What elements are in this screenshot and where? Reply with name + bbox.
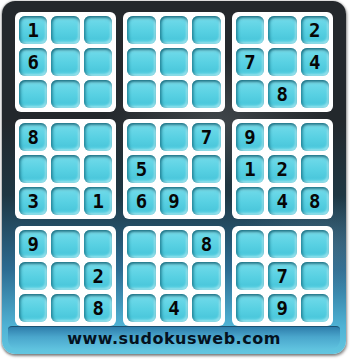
cell-r2c3[interactable] bbox=[84, 48, 112, 76]
box-r3c2: 84 bbox=[123, 226, 224, 326]
cell-r7c8[interactable] bbox=[268, 230, 296, 258]
cell-r6c7[interactable] bbox=[236, 187, 264, 215]
cell-r8c8[interactable]: 7 bbox=[268, 262, 296, 290]
cell-r9c8[interactable]: 9 bbox=[268, 294, 296, 322]
website-link-label: www.sudokusweb.com bbox=[67, 329, 281, 348]
cell-r5c7[interactable]: 1 bbox=[236, 155, 264, 183]
cell-r8c5[interactable] bbox=[160, 262, 188, 290]
cell-r6c2[interactable] bbox=[51, 187, 79, 215]
box-r1c2 bbox=[123, 12, 224, 112]
cell-r5c5[interactable] bbox=[160, 155, 188, 183]
cell-r6c4[interactable]: 6 bbox=[127, 187, 155, 215]
cell-r1c8[interactable] bbox=[268, 16, 296, 44]
cell-r8c9[interactable] bbox=[301, 262, 329, 290]
cell-r7c1[interactable]: 9 bbox=[19, 230, 47, 258]
cell-r1c3[interactable] bbox=[84, 16, 112, 44]
cell-r9c4[interactable] bbox=[127, 294, 155, 322]
sudoku-grid: 1627488317569912489288479 bbox=[15, 12, 333, 326]
cell-r5c1[interactable] bbox=[19, 155, 47, 183]
cell-r3c7[interactable] bbox=[236, 80, 264, 108]
cell-r6c8[interactable]: 4 bbox=[268, 187, 296, 215]
cell-r5c8[interactable]: 2 bbox=[268, 155, 296, 183]
cell-r5c9[interactable] bbox=[301, 155, 329, 183]
cell-r8c2[interactable] bbox=[51, 262, 79, 290]
cell-r6c9[interactable]: 8 bbox=[301, 187, 329, 215]
box-r1c1: 16 bbox=[15, 12, 116, 112]
cell-r3c2[interactable] bbox=[51, 80, 79, 108]
cell-r4c2[interactable] bbox=[51, 123, 79, 151]
cell-r4c6[interactable]: 7 bbox=[192, 123, 220, 151]
cell-r4c4[interactable] bbox=[127, 123, 155, 151]
cell-r3c4[interactable] bbox=[127, 80, 155, 108]
website-link[interactable]: www.sudokusweb.com bbox=[8, 326, 340, 349]
cell-r2c9[interactable]: 4 bbox=[301, 48, 329, 76]
cell-r2c2[interactable] bbox=[51, 48, 79, 76]
cell-r3c9[interactable] bbox=[301, 80, 329, 108]
cell-r2c7[interactable]: 7 bbox=[236, 48, 264, 76]
cell-r5c3[interactable] bbox=[84, 155, 112, 183]
cell-r9c9[interactable] bbox=[301, 294, 329, 322]
cell-r6c1[interactable]: 3 bbox=[19, 187, 47, 215]
cell-r8c6[interactable] bbox=[192, 262, 220, 290]
box-r2c1: 831 bbox=[15, 119, 116, 219]
cell-r1c5[interactable] bbox=[160, 16, 188, 44]
cell-r4c1[interactable]: 8 bbox=[19, 123, 47, 151]
cell-r9c7[interactable] bbox=[236, 294, 264, 322]
box-r1c3: 2748 bbox=[232, 12, 333, 112]
cell-r9c3[interactable]: 8 bbox=[84, 294, 112, 322]
cell-r3c1[interactable] bbox=[19, 80, 47, 108]
sudoku-board: 1627488317569912489288479 www.sudokusweb… bbox=[2, 1, 346, 354]
cell-r3c3[interactable] bbox=[84, 80, 112, 108]
cell-r6c3[interactable]: 1 bbox=[84, 187, 112, 215]
cell-r8c7[interactable] bbox=[236, 262, 264, 290]
cell-r9c5[interactable]: 4 bbox=[160, 294, 188, 322]
cell-r5c4[interactable]: 5 bbox=[127, 155, 155, 183]
cell-r4c7[interactable]: 9 bbox=[236, 123, 264, 151]
cell-r1c2[interactable] bbox=[51, 16, 79, 44]
cell-r7c7[interactable] bbox=[236, 230, 264, 258]
cell-r9c2[interactable] bbox=[51, 294, 79, 322]
cell-r6c6[interactable] bbox=[192, 187, 220, 215]
cell-r1c7[interactable] bbox=[236, 16, 264, 44]
cell-r6c5[interactable]: 9 bbox=[160, 187, 188, 215]
box-r2c3: 91248 bbox=[232, 119, 333, 219]
cell-r3c5[interactable] bbox=[160, 80, 188, 108]
cell-r2c1[interactable]: 6 bbox=[19, 48, 47, 76]
cell-r1c1[interactable]: 1 bbox=[19, 16, 47, 44]
cell-r5c6[interactable] bbox=[192, 155, 220, 183]
cell-r2c5[interactable] bbox=[160, 48, 188, 76]
cell-r4c9[interactable] bbox=[301, 123, 329, 151]
cell-r4c3[interactable] bbox=[84, 123, 112, 151]
cell-r7c9[interactable] bbox=[301, 230, 329, 258]
cell-r7c6[interactable]: 8 bbox=[192, 230, 220, 258]
cell-r7c3[interactable] bbox=[84, 230, 112, 258]
box-r3c3: 79 bbox=[232, 226, 333, 326]
cell-r4c8[interactable] bbox=[268, 123, 296, 151]
cell-r4c5[interactable] bbox=[160, 123, 188, 151]
box-r3c1: 928 bbox=[15, 226, 116, 326]
cell-r1c4[interactable] bbox=[127, 16, 155, 44]
cell-r3c6[interactable] bbox=[192, 80, 220, 108]
cell-r2c8[interactable] bbox=[268, 48, 296, 76]
cell-r7c4[interactable] bbox=[127, 230, 155, 258]
cell-r9c6[interactable] bbox=[192, 294, 220, 322]
cell-r2c4[interactable] bbox=[127, 48, 155, 76]
cell-r1c9[interactable]: 2 bbox=[301, 16, 329, 44]
cell-r8c3[interactable]: 2 bbox=[84, 262, 112, 290]
cell-r9c1[interactable] bbox=[19, 294, 47, 322]
cell-r1c6[interactable] bbox=[192, 16, 220, 44]
cell-r8c1[interactable] bbox=[19, 262, 47, 290]
cell-r3c8[interactable]: 8 bbox=[268, 80, 296, 108]
cell-r8c4[interactable] bbox=[127, 262, 155, 290]
cell-r2c6[interactable] bbox=[192, 48, 220, 76]
sudoku-screenshot: 1627488317569912489288479 www.sudokusweb… bbox=[0, 0, 350, 360]
cell-r5c2[interactable] bbox=[51, 155, 79, 183]
cell-r7c5[interactable] bbox=[160, 230, 188, 258]
cell-r7c2[interactable] bbox=[51, 230, 79, 258]
box-r2c2: 7569 bbox=[123, 119, 224, 219]
